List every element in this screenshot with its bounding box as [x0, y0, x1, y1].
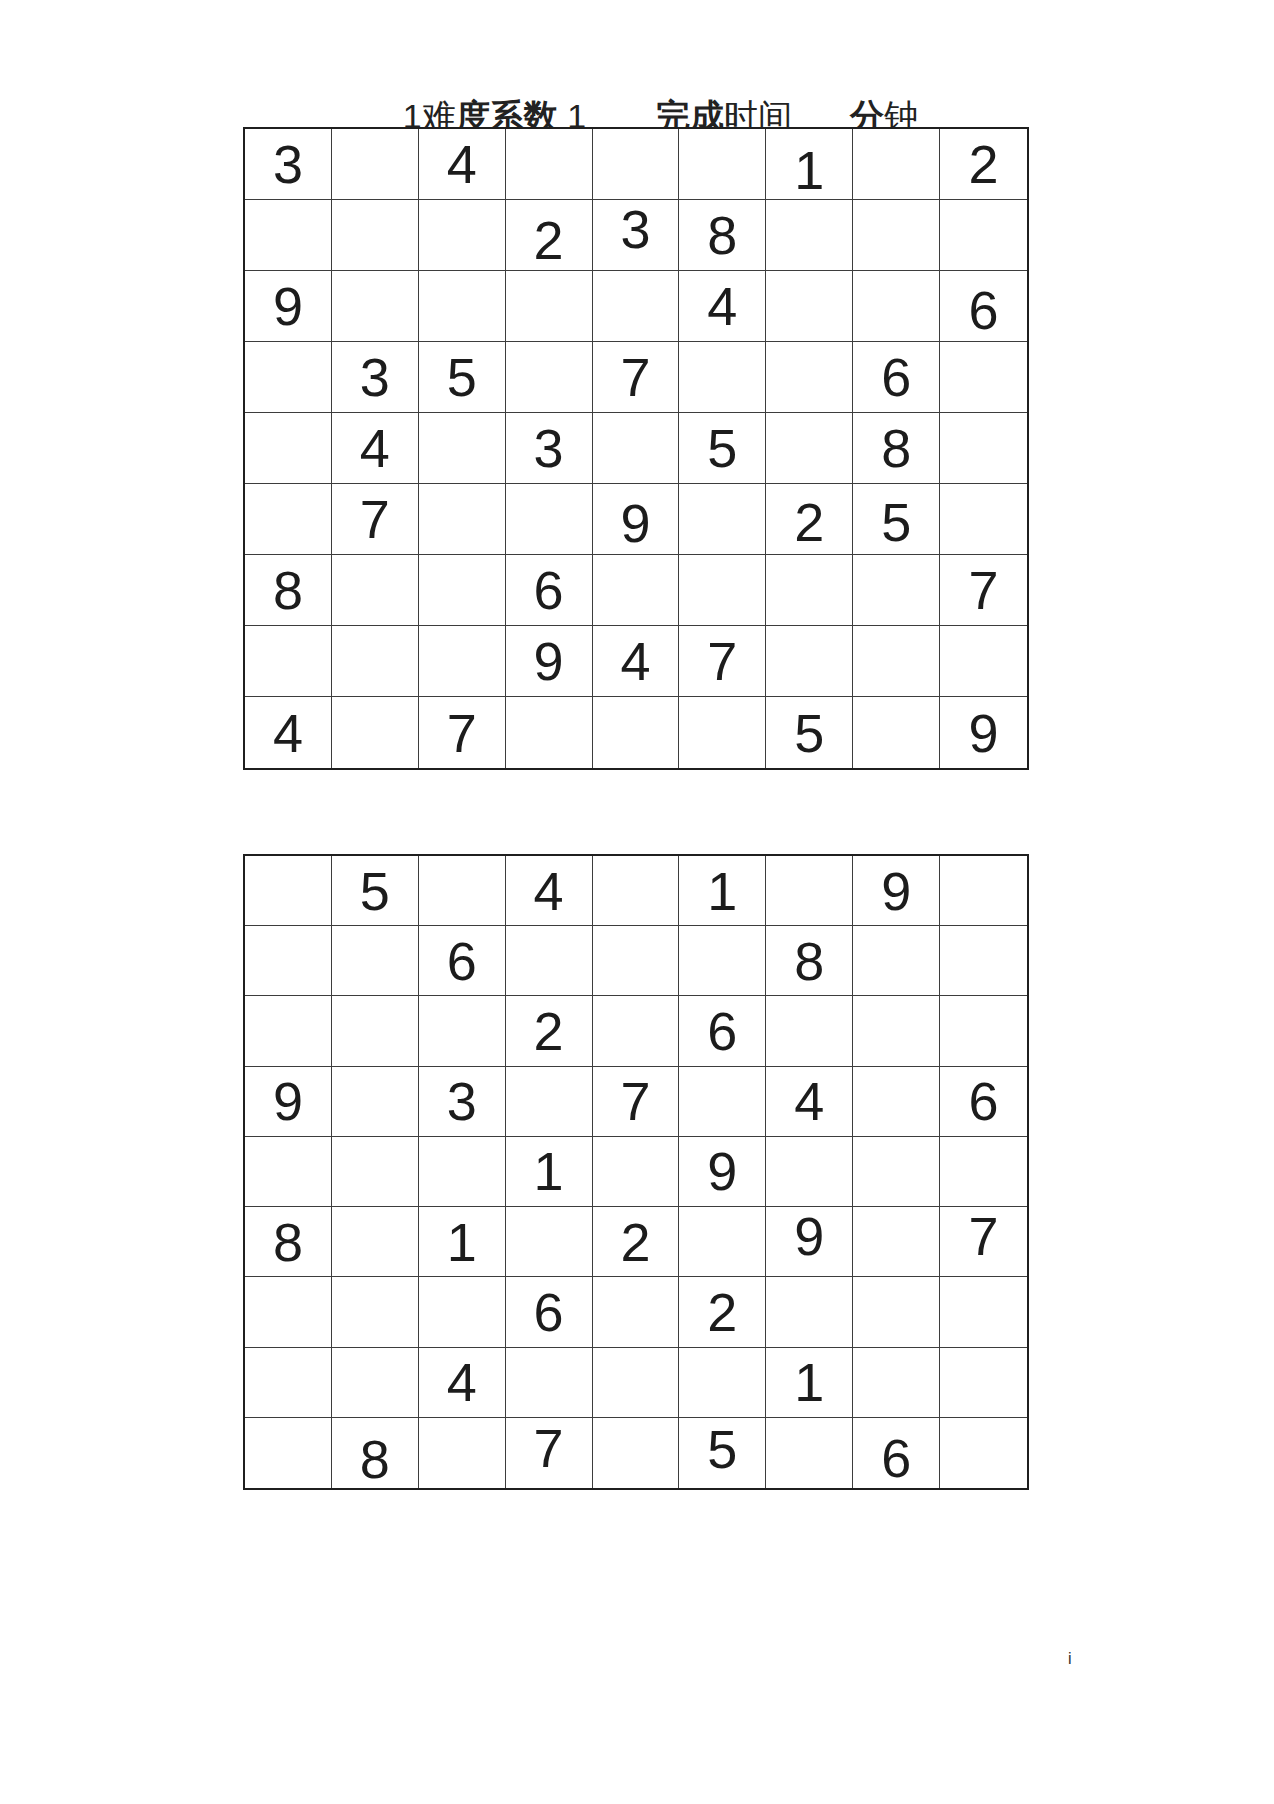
puzzle1-cell-r5c4: 3 — [506, 413, 593, 484]
puzzle2-cell-r3c1 — [245, 996, 332, 1066]
puzzle1-cell-r2c6: 8 — [679, 200, 766, 271]
puzzle1-cell-r3c1: 9 — [245, 271, 332, 342]
puzzle2-cell-r9c8: 6 — [853, 1418, 940, 1488]
puzzle2-given-digit-r1c4: 4 — [534, 864, 564, 918]
puzzle2-cell-r8c5 — [593, 1348, 680, 1418]
puzzle1-given-digit-r5c2: 4 — [360, 421, 390, 475]
puzzle1-cell-r7c2 — [332, 555, 419, 626]
puzzle1-cell-r1c8 — [853, 129, 940, 200]
puzzle1-cell-r2c7 — [766, 200, 853, 271]
puzzle2-cell-r7c4: 6 — [506, 1277, 593, 1347]
puzzle1-given-digit-r6c2: 7 — [360, 492, 390, 546]
puzzle2-cell-r4c9: 6 — [940, 1067, 1027, 1137]
puzzle2-cell-r1c8: 9 — [853, 856, 940, 926]
puzzle2-given-digit-r1c2: 5 — [360, 864, 390, 918]
puzzle1-cell-r2c8 — [853, 200, 940, 271]
puzzle1-given-digit-r1c7: 1 — [794, 143, 824, 197]
puzzle2-cell-r4c7: 4 — [766, 1067, 853, 1137]
puzzle2-cell-r3c8 — [853, 996, 940, 1066]
puzzle2-given-digit-r9c4: 7 — [534, 1421, 564, 1475]
puzzle1-cell-r4c7 — [766, 342, 853, 413]
puzzle1-cell-r9c8 — [853, 697, 940, 768]
puzzle1-cell-r6c9 — [940, 484, 1027, 555]
puzzle1-cell-r3c2 — [332, 271, 419, 342]
puzzle2-given-digit-r5c6: 9 — [707, 1144, 737, 1198]
puzzle2-cell-r8c6 — [679, 1348, 766, 1418]
puzzle1-given-digit-r1c9: 2 — [969, 137, 999, 191]
puzzle2-cell-r8c8 — [853, 1348, 940, 1418]
puzzle1-given-digit-r6c5: 9 — [620, 496, 650, 550]
puzzle2-cell-r7c1 — [245, 1277, 332, 1347]
puzzle1-cell-r5c2: 4 — [332, 413, 419, 484]
puzzle2-cell-r2c4 — [506, 926, 593, 996]
puzzle1-cell-r7c7 — [766, 555, 853, 626]
puzzle1-cell-r5c8: 8 — [853, 413, 940, 484]
puzzle2-given-digit-r6c9: 7 — [969, 1209, 999, 1263]
puzzle2-cell-r5c8 — [853, 1137, 940, 1207]
puzzle1-cell-r9c6 — [679, 697, 766, 768]
puzzle1-cell-r6c7: 2 — [766, 484, 853, 555]
puzzle1-cell-r6c4 — [506, 484, 593, 555]
puzzle1-given-digit-r7c1: 8 — [273, 563, 303, 617]
puzzle1-cell-r5c7 — [766, 413, 853, 484]
puzzle2-cell-r4c4 — [506, 1067, 593, 1137]
puzzle2-cell-r3c9 — [940, 996, 1027, 1066]
puzzle2-given-digit-r3c6: 6 — [707, 1004, 737, 1058]
puzzle2-cell-r2c5 — [593, 926, 680, 996]
puzzle1-cell-r8c8 — [853, 626, 940, 697]
puzzle2-cell-r8c2 — [332, 1348, 419, 1418]
puzzle2-cell-r1c4: 4 — [506, 856, 593, 926]
puzzle2-cell-r5c3 — [419, 1137, 506, 1207]
puzzle2-cell-r4c3: 3 — [419, 1067, 506, 1137]
puzzle2-given-digit-r7c4: 6 — [534, 1285, 564, 1339]
puzzle2-given-digit-r4c7: 4 — [794, 1074, 824, 1128]
puzzle1-cell-r8c3 — [419, 626, 506, 697]
puzzle2-cell-r1c9 — [940, 856, 1027, 926]
puzzle2-cell-r4c2 — [332, 1067, 419, 1137]
puzzle1-given-digit-r9c1: 4 — [273, 706, 303, 760]
puzzle1-cell-r1c7: 1 — [766, 129, 853, 200]
puzzle2-given-digit-r4c1: 9 — [273, 1074, 303, 1128]
puzzle2-given-digit-r1c6: 1 — [707, 864, 737, 918]
puzzle1-cell-r6c8: 5 — [853, 484, 940, 555]
puzzle2-cell-r5c1 — [245, 1137, 332, 1207]
puzzle1-given-digit-r1c3: 4 — [447, 137, 477, 191]
puzzle2-given-digit-r8c7: 1 — [794, 1355, 824, 1409]
puzzle2-cell-r9c6: 5 — [679, 1418, 766, 1488]
puzzle2-cell-r1c7 — [766, 856, 853, 926]
puzzle2-given-digit-r1c8: 9 — [881, 864, 911, 918]
page-number: i — [1068, 1650, 1072, 1668]
puzzle2-given-digit-r4c5: 7 — [620, 1074, 650, 1128]
puzzle2-cell-r4c1: 9 — [245, 1067, 332, 1137]
puzzle1-given-digit-r7c4: 6 — [534, 563, 564, 617]
puzzle1-cell-r1c9: 2 — [940, 129, 1027, 200]
puzzle2-cell-r3c5 — [593, 996, 680, 1066]
puzzle1-given-digit-r2c6: 8 — [707, 208, 737, 262]
puzzle1-cell-r7c8 — [853, 555, 940, 626]
puzzle2-cell-r6c1: 8 — [245, 1207, 332, 1277]
puzzle2-cell-r3c4: 2 — [506, 996, 593, 1066]
puzzle2-cell-r6c6 — [679, 1207, 766, 1277]
puzzle2-cell-r1c6: 1 — [679, 856, 766, 926]
puzzle2-cell-r1c2: 5 — [332, 856, 419, 926]
puzzle2-given-digit-r4c3: 3 — [447, 1074, 477, 1128]
puzzle1-cell-r4c2: 3 — [332, 342, 419, 413]
puzzle2-cell-r3c6: 6 — [679, 996, 766, 1066]
puzzle2-cell-r6c5: 2 — [593, 1207, 680, 1277]
puzzle2-given-digit-r2c7: 8 — [794, 934, 824, 988]
puzzle2-cell-r5c2 — [332, 1137, 419, 1207]
sudoku-grid-2: 5419682693746198129762418756 — [243, 854, 1029, 1490]
puzzle1-cell-r4c8: 6 — [853, 342, 940, 413]
puzzle1-cell-r3c3 — [419, 271, 506, 342]
puzzle1-given-digit-r8c4: 9 — [534, 634, 564, 688]
puzzle1-cell-r1c2 — [332, 129, 419, 200]
puzzle1-cell-r2c2 — [332, 200, 419, 271]
puzzle2-given-digit-r6c3: 1 — [447, 1215, 477, 1269]
worksheet-page: 1难度系数 1完成时间分钟 34122389463576435879258679… — [0, 0, 1274, 1804]
puzzle2-cell-r6c3: 1 — [419, 1207, 506, 1277]
puzzle2-cell-r8c7: 1 — [766, 1348, 853, 1418]
puzzle1-cell-r8c5: 4 — [593, 626, 680, 697]
puzzle1-cell-r5c3 — [419, 413, 506, 484]
puzzle2-given-digit-r9c6: 5 — [707, 1422, 737, 1476]
puzzle2-cell-r9c5 — [593, 1418, 680, 1488]
puzzle2-cell-r7c5 — [593, 1277, 680, 1347]
puzzle2-cell-r2c1 — [245, 926, 332, 996]
puzzle1-cell-r1c4 — [506, 129, 593, 200]
puzzle2-cell-r2c8 — [853, 926, 940, 996]
puzzle1-cell-r8c6: 7 — [679, 626, 766, 697]
puzzle1-cell-r1c6 — [679, 129, 766, 200]
puzzle2-cell-r2c6 — [679, 926, 766, 996]
puzzle1-given-digit-r5c6: 5 — [707, 421, 737, 475]
puzzle1-cell-r7c6 — [679, 555, 766, 626]
puzzle2-cell-r5c5 — [593, 1137, 680, 1207]
puzzle2-cell-r7c9 — [940, 1277, 1027, 1347]
puzzle2-given-digit-r2c3: 6 — [447, 934, 477, 988]
puzzle2-cell-r2c3: 6 — [419, 926, 506, 996]
puzzle1-cell-r1c1: 3 — [245, 129, 332, 200]
puzzle1-cell-r6c2: 7 — [332, 484, 419, 555]
puzzle2-cell-r8c9 — [940, 1348, 1027, 1418]
puzzle1-cell-r2c3 — [419, 200, 506, 271]
puzzle2-cell-r5c7 — [766, 1137, 853, 1207]
puzzle1-given-digit-r4c5: 7 — [620, 350, 650, 404]
puzzle1-cell-r8c4: 9 — [506, 626, 593, 697]
puzzle2-cell-r4c5: 7 — [593, 1067, 680, 1137]
puzzle1-given-digit-r9c7: 5 — [794, 706, 824, 760]
puzzle2-cell-r6c7: 9 — [766, 1207, 853, 1277]
puzzle1-cell-r5c1 — [245, 413, 332, 484]
puzzle1-given-digit-r6c8: 5 — [881, 495, 911, 549]
puzzle1-cell-r5c9 — [940, 413, 1027, 484]
puzzle2-cell-r5c9 — [940, 1137, 1027, 1207]
sudoku-grid-1: 34122389463576435879258679474759 — [243, 127, 1029, 770]
puzzle1-cell-r9c7: 5 — [766, 697, 853, 768]
puzzle2-cell-r5c4: 1 — [506, 1137, 593, 1207]
puzzle2-cell-r8c4 — [506, 1348, 593, 1418]
puzzle1-cell-r7c3 — [419, 555, 506, 626]
puzzle2-cell-r2c2 — [332, 926, 419, 996]
puzzle2-cell-r9c3 — [419, 1418, 506, 1488]
puzzle1-given-digit-r5c8: 8 — [881, 421, 911, 475]
puzzle1-given-digit-r3c6: 4 — [707, 279, 737, 333]
puzzle1-cell-r4c9 — [940, 342, 1027, 413]
puzzle1-cell-r2c4: 2 — [506, 200, 593, 271]
puzzle1-cell-r1c3: 4 — [419, 129, 506, 200]
puzzle2-cell-r1c3 — [419, 856, 506, 926]
puzzle2-cell-r9c7 — [766, 1418, 853, 1488]
puzzle2-cell-r1c1 — [245, 856, 332, 926]
puzzle1-given-digit-r7c9: 7 — [969, 563, 999, 617]
puzzle1-cell-r4c5: 7 — [593, 342, 680, 413]
puzzle1-cell-r9c4 — [506, 697, 593, 768]
puzzle2-cell-r6c4 — [506, 1207, 593, 1277]
puzzle2-cell-r6c9: 7 — [940, 1207, 1027, 1277]
puzzle1-cell-r8c9 — [940, 626, 1027, 697]
puzzle1-cell-r8c1 — [245, 626, 332, 697]
puzzle1-cell-r6c1 — [245, 484, 332, 555]
puzzle2-cell-r9c9 — [940, 1418, 1027, 1488]
puzzle1-given-digit-r5c4: 3 — [534, 421, 564, 475]
puzzle2-given-digit-r6c1: 8 — [273, 1215, 303, 1269]
puzzle2-cell-r5c6: 9 — [679, 1137, 766, 1207]
puzzle1-cell-r3c6: 4 — [679, 271, 766, 342]
puzzle1-cell-r4c4 — [506, 342, 593, 413]
puzzle2-cell-r6c2 — [332, 1207, 419, 1277]
puzzle2-cell-r6c8 — [853, 1207, 940, 1277]
puzzle1-cell-r8c2 — [332, 626, 419, 697]
puzzle1-cell-r6c5: 9 — [593, 484, 680, 555]
puzzle2-cell-r4c8 — [853, 1067, 940, 1137]
puzzle1-cell-r7c5 — [593, 555, 680, 626]
puzzle2-cell-r7c8 — [853, 1277, 940, 1347]
puzzle2-cell-r7c2 — [332, 1277, 419, 1347]
puzzle1-cell-r9c9: 9 — [940, 697, 1027, 768]
puzzle1-given-digit-r4c3: 5 — [447, 350, 477, 404]
puzzle1-given-digit-r2c5: 3 — [620, 202, 650, 256]
puzzle1-given-digit-r4c8: 6 — [881, 350, 911, 404]
puzzle1-cell-r5c5 — [593, 413, 680, 484]
puzzle1-given-digit-r3c9: 6 — [969, 283, 999, 337]
puzzle2-cell-r9c2: 8 — [332, 1418, 419, 1488]
puzzle2-cell-r2c9 — [940, 926, 1027, 996]
puzzle2-given-digit-r6c5: 2 — [620, 1215, 650, 1269]
puzzle1-given-digit-r2c4: 2 — [534, 213, 564, 267]
puzzle1-cell-r9c2 — [332, 697, 419, 768]
puzzle1-cell-r4c3: 5 — [419, 342, 506, 413]
puzzle2-cell-r9c1 — [245, 1418, 332, 1488]
puzzle1-cell-r3c7 — [766, 271, 853, 342]
puzzle1-cell-r9c5 — [593, 697, 680, 768]
puzzle2-cell-r8c1 — [245, 1348, 332, 1418]
puzzle1-cell-r6c3 — [419, 484, 506, 555]
puzzle1-given-digit-r9c9: 9 — [969, 706, 999, 760]
puzzle2-cell-r7c3 — [419, 1277, 506, 1347]
puzzle1-cell-r3c9: 6 — [940, 271, 1027, 342]
puzzle1-given-digit-r8c6: 7 — [707, 634, 737, 688]
puzzle1-cell-r9c1: 4 — [245, 697, 332, 768]
puzzle2-cell-r3c7 — [766, 996, 853, 1066]
puzzle2-cell-r9c4: 7 — [506, 1418, 593, 1488]
puzzle1-cell-r6c6 — [679, 484, 766, 555]
puzzle1-cell-r2c1 — [245, 200, 332, 271]
puzzle1-given-digit-r6c7: 2 — [794, 495, 824, 549]
puzzle2-cell-r1c5 — [593, 856, 680, 926]
puzzle2-cell-r4c6 — [679, 1067, 766, 1137]
puzzle1-cell-r4c6 — [679, 342, 766, 413]
puzzle1-cell-r3c5 — [593, 271, 680, 342]
puzzle1-cell-r7c4: 6 — [506, 555, 593, 626]
puzzle1-cell-r3c8 — [853, 271, 940, 342]
puzzle1-cell-r7c1: 8 — [245, 555, 332, 626]
puzzle2-given-digit-r9c2: 8 — [360, 1432, 390, 1486]
puzzle1-given-digit-r8c5: 4 — [620, 634, 650, 688]
puzzle2-given-digit-r9c8: 6 — [881, 1431, 911, 1485]
puzzle2-given-digit-r6c7: 9 — [794, 1209, 824, 1263]
puzzle2-cell-r8c3: 4 — [419, 1348, 506, 1418]
puzzle2-cell-r7c6: 2 — [679, 1277, 766, 1347]
puzzle2-given-digit-r5c4: 1 — [534, 1144, 564, 1198]
puzzle1-given-digit-r3c1: 9 — [273, 279, 303, 333]
puzzle1-cell-r5c6: 5 — [679, 413, 766, 484]
puzzle2-given-digit-r8c3: 4 — [447, 1355, 477, 1409]
puzzle1-cell-r2c5: 3 — [593, 200, 680, 271]
puzzle1-cell-r3c4 — [506, 271, 593, 342]
puzzle1-cell-r2c9 — [940, 200, 1027, 271]
puzzle2-cell-r3c3 — [419, 996, 506, 1066]
puzzle1-given-digit-r9c3: 7 — [447, 706, 477, 760]
puzzle2-given-digit-r3c4: 2 — [534, 1004, 564, 1058]
puzzle1-cell-r9c3: 7 — [419, 697, 506, 768]
puzzle1-given-digit-r1c1: 3 — [273, 137, 303, 191]
puzzle1-cell-r7c9: 7 — [940, 555, 1027, 626]
puzzle1-cell-r8c7 — [766, 626, 853, 697]
puzzle2-given-digit-r7c6: 2 — [707, 1285, 737, 1339]
puzzle1-given-digit-r4c2: 3 — [360, 350, 390, 404]
puzzle2-cell-r2c7: 8 — [766, 926, 853, 996]
puzzle2-cell-r3c2 — [332, 996, 419, 1066]
puzzle1-cell-r1c5 — [593, 129, 680, 200]
puzzle1-cell-r4c1 — [245, 342, 332, 413]
puzzle2-given-digit-r4c9: 6 — [969, 1074, 999, 1128]
puzzle2-cell-r7c7 — [766, 1277, 853, 1347]
